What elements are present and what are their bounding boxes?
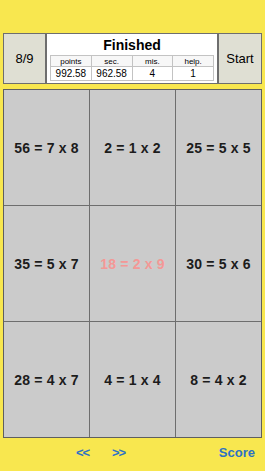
stats-table: points sec. mis. help. 992.58 962.58 4 1 xyxy=(50,55,214,81)
grid-cell-r1c0[interactable]: 35 = 5 x 7 xyxy=(4,206,89,321)
next-button[interactable]: >> xyxy=(112,445,125,460)
stats-values-row: 992.58 962.58 4 1 xyxy=(51,67,214,81)
score-link[interactable]: Score xyxy=(219,445,255,460)
start-button[interactable]: Start xyxy=(218,33,262,84)
equation-grid: 56 = 7 x 8 2 = 1 x 2 25 = 5 x 5 35 = 5 x… xyxy=(3,89,262,438)
stats-value-points: 992.58 xyxy=(51,67,92,81)
grid-cell-r0c0[interactable]: 56 = 7 x 8 xyxy=(4,90,89,205)
status-panel: Finished points sec. mis. help. 992.58 9… xyxy=(46,33,218,84)
status-title: Finished xyxy=(47,34,217,55)
stats-value-help: 1 xyxy=(173,67,214,81)
progress-counter: 8/9 xyxy=(3,33,46,84)
grid-cell-r1c2[interactable]: 30 = 5 x 6 xyxy=(176,206,261,321)
grid-cell-r2c1[interactable]: 4 = 1 x 4 xyxy=(90,322,175,437)
stats-col-mis: mis. xyxy=(132,56,173,67)
stats-col-points: points xyxy=(51,56,92,67)
stats-col-sec: sec. xyxy=(91,56,132,67)
stats-col-help: help. xyxy=(173,56,214,67)
grid-cell-r2c2[interactable]: 8 = 4 x 2 xyxy=(176,322,261,437)
grid-cell-r1c1-mistake[interactable]: 18 = 2 x 9 xyxy=(90,206,175,321)
stats-value-sec: 962.58 xyxy=(91,67,132,81)
grid-cell-r0c1[interactable]: 2 = 1 x 2 xyxy=(90,90,175,205)
grid-cell-r0c2[interactable]: 25 = 5 x 5 xyxy=(176,90,261,205)
app-screen: 8/9 Finished points sec. mis. help. 992.… xyxy=(0,0,265,471)
prev-button[interactable]: << xyxy=(76,445,89,460)
grid-cell-r2c0[interactable]: 28 = 4 x 7 xyxy=(4,322,89,437)
stats-header-row: points sec. mis. help. xyxy=(51,56,214,67)
stats-value-mis: 4 xyxy=(132,67,173,81)
